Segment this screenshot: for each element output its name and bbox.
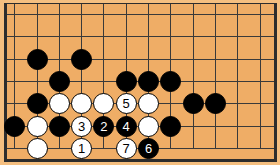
grid-line-vertical — [237, 4, 238, 149]
move-number: 2 — [100, 119, 107, 132]
move-number: 5 — [123, 97, 130, 110]
black-stone — [205, 93, 226, 114]
black-stone — [27, 49, 48, 70]
white-stone-move-3: 3 — [71, 116, 92, 137]
black-stone-move-6: 6 — [138, 138, 159, 159]
white-stone — [27, 138, 48, 159]
black-stone — [4, 116, 25, 137]
go-board: 5324176 — [4, 3, 277, 162]
black-stone — [27, 93, 48, 114]
white-stone-move-1: 1 — [71, 138, 92, 159]
black-stone — [71, 49, 92, 70]
grid-line-horizontal — [7, 14, 274, 15]
white-stone — [138, 93, 159, 114]
black-stone — [160, 71, 181, 92]
grid-line-horizontal — [7, 36, 274, 37]
white-stone — [49, 93, 70, 114]
white-stone-move-7: 7 — [116, 138, 137, 159]
grid-line-vertical — [215, 4, 216, 149]
black-stone-move-2: 2 — [93, 116, 114, 137]
white-stone-move-5: 5 — [116, 93, 137, 114]
black-stone — [49, 116, 70, 137]
grid-line-vertical — [260, 4, 261, 149]
move-number: 4 — [123, 119, 130, 132]
move-number: 6 — [145, 142, 152, 155]
black-stone — [138, 71, 159, 92]
go-diagram: 5324176 — [0, 0, 280, 165]
white-stone — [138, 116, 159, 137]
grid-line-vertical — [193, 4, 194, 149]
white-stone — [71, 93, 92, 114]
move-number: 1 — [78, 142, 85, 155]
black-stone-move-4: 4 — [116, 116, 137, 137]
black-stone — [116, 71, 137, 92]
black-stone — [49, 71, 70, 92]
white-stone — [27, 116, 48, 137]
black-stone — [160, 116, 181, 137]
black-stone — [183, 93, 204, 114]
move-number: 7 — [123, 142, 130, 155]
move-number: 3 — [78, 119, 85, 132]
white-stone — [93, 93, 114, 114]
